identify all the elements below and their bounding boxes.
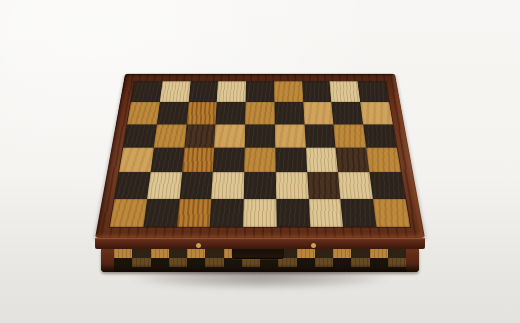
board-square-r2c2 [157,102,189,124]
board-square-r6c9 [373,199,410,227]
board-square-r2c4 [216,102,246,124]
lid-front-edge [95,238,425,249]
board-square-r6c7 [308,199,343,227]
board-square-r5c1 [115,172,151,198]
board-square-r5c4 [212,172,245,198]
front-checker-cell [132,249,150,258]
board-square-r3c8 [334,124,367,147]
front-checker-cell [187,249,205,258]
board-square-r5c3 [179,172,213,198]
front-checker-cell [370,249,388,258]
front-checker-cell [333,249,351,258]
board-square-r5c8 [338,172,373,198]
board-square-r5c2 [147,172,182,198]
board-square-r1c4 [217,81,246,102]
board-square-r4c1 [119,148,154,173]
base-bottom-shade [101,264,419,272]
board-square-r3c4 [214,124,245,147]
board-square-r2c6 [274,102,304,124]
front-checker-cell [315,249,333,258]
board-square-r6c2 [143,199,179,227]
front-checker-cell [169,249,187,258]
front-checker-cell [205,249,223,258]
board-square-r5c7 [307,172,341,198]
box-lid-top [95,74,425,238]
board-square-r3c3 [184,124,216,147]
board-square-r6c5 [243,199,276,227]
front-checker-cell [351,249,369,258]
wood-pin-left [196,243,201,248]
base-front [101,249,419,272]
board-square-r1c7 [302,81,332,102]
board-square-r3c6 [275,124,306,147]
front-checker-cell [388,249,406,258]
board-square-r5c9 [370,172,406,198]
wood-pin-right [311,243,316,248]
board-square-r1c3 [188,81,218,102]
board-square-r2c1 [127,102,159,124]
board-square-r4c7 [306,148,339,173]
board-square-r1c8 [330,81,361,102]
board-square-r3c2 [154,124,187,147]
board-square-r6c4 [210,199,244,227]
board-square-r4c5 [244,148,275,173]
board-square-r4c2 [150,148,184,173]
thumb-notch [232,249,284,259]
board-square-r5c5 [244,172,276,198]
board-square-r3c9 [363,124,396,147]
board-square-r2c3 [186,102,217,124]
board-square-r6c1 [110,199,147,227]
photo-scene [0,0,520,323]
board-square-r1c1 [131,81,162,102]
board-square-r4c9 [366,148,401,173]
board-square-r6c6 [276,199,310,227]
board-square-r4c3 [182,148,215,173]
board-square-r1c2 [160,81,191,102]
board-square-r4c4 [213,148,245,173]
board-square-r3c7 [304,124,336,147]
board-square-r2c8 [332,102,364,124]
board-square-r1c9 [358,81,389,102]
board-square-r3c5 [245,124,275,147]
board-square-r4c6 [275,148,307,173]
board-square-r4c8 [336,148,370,173]
front-checker-cell [297,249,315,258]
board-square-r2c5 [245,102,275,124]
board-square-r1c6 [274,81,303,102]
board-square-r2c9 [360,102,392,124]
board-square-r1c5 [246,81,275,102]
board-square-r5c6 [276,172,309,198]
board-square-r6c8 [341,199,377,227]
board-square-r2c7 [303,102,334,124]
checkerboard-inlay [110,81,410,227]
board-square-r3c1 [123,124,156,147]
board-square-r6c3 [177,199,212,227]
front-checker-cell [114,249,132,258]
front-checker-cell [151,249,169,258]
